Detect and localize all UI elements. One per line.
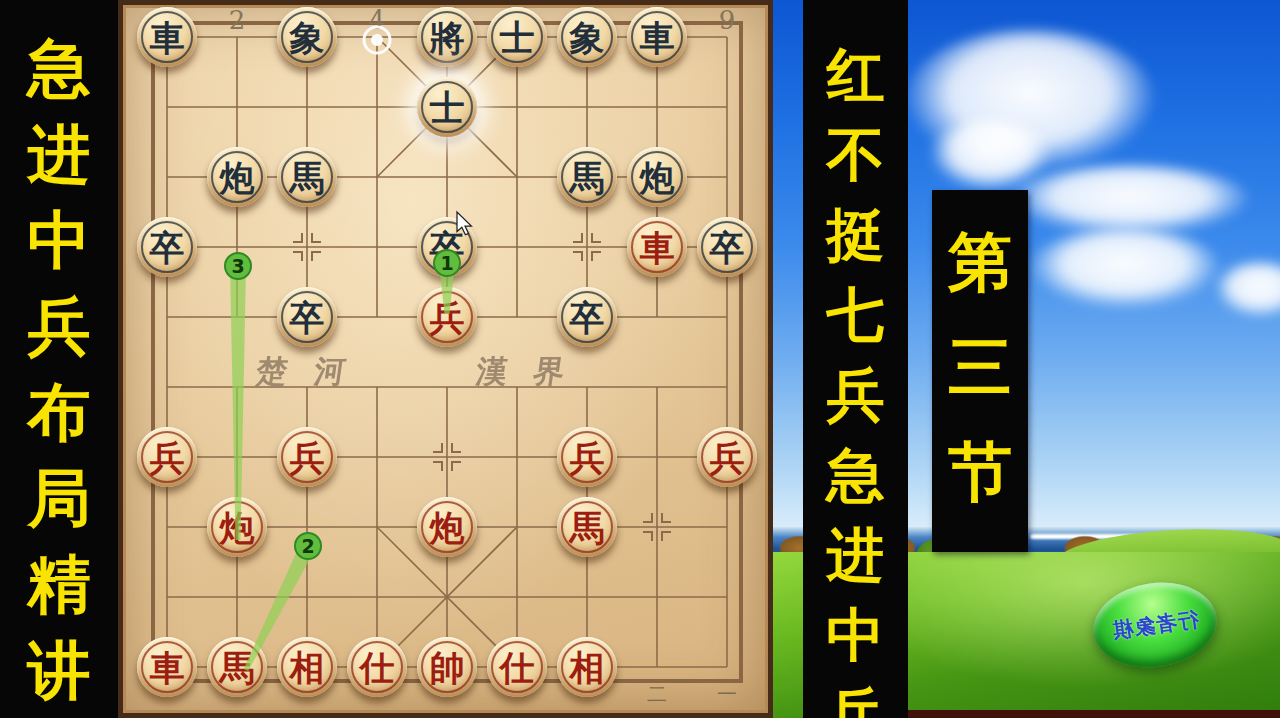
piece-black-soldier[interactable]: 卒 <box>697 217 757 277</box>
cloud <box>1030 228 1220 308</box>
banner-char: 讲 <box>0 628 118 714</box>
piece-glyph: 馬 <box>220 650 255 685</box>
piece-black-soldier[interactable]: 卒 <box>417 217 477 277</box>
piece-glyph: 車 <box>640 20 675 55</box>
piece-glyph: 兵 <box>570 440 605 475</box>
bottom-edge-strip <box>908 710 1280 718</box>
piece-black-cannon[interactable]: 炮 <box>627 147 687 207</box>
piece-glyph: 將 <box>430 20 465 55</box>
file-label-bottom: 一 <box>717 681 737 708</box>
piece-red-soldier[interactable]: 兵 <box>277 427 337 487</box>
banner-char: 急 <box>0 26 118 112</box>
piece-glyph: 卒 <box>430 230 465 265</box>
piece-black-soldier[interactable]: 卒 <box>557 287 617 347</box>
piece-glyph: 車 <box>150 20 185 55</box>
banner-char: 七 <box>803 276 908 356</box>
piece-red-soldier[interactable]: 兵 <box>417 287 477 347</box>
piece-glyph: 卒 <box>290 300 325 335</box>
banner-char: 节 <box>932 420 1028 525</box>
piece-glyph: 帥 <box>430 650 465 685</box>
piece-glyph: 兵 <box>430 300 465 335</box>
piece-red-horse[interactable]: 馬 <box>207 637 267 697</box>
banner-char: 红 <box>803 36 908 116</box>
piece-glyph: 卒 <box>150 230 185 265</box>
file-label-top: 9 <box>719 5 736 35</box>
banner-char: 挺 <box>803 196 908 276</box>
banner-char: 布 <box>0 370 118 456</box>
piece-black-elephant[interactable]: 象 <box>277 7 337 67</box>
banner-char: 兵 <box>803 356 908 436</box>
river-text: 界 <box>531 351 568 393</box>
piece-red-elephant[interactable]: 相 <box>557 637 617 697</box>
channel-logo-text: 行者象棋 <box>1109 605 1200 645</box>
file-label-bottom: 二 <box>647 681 667 708</box>
piece-glyph: 馬 <box>570 510 605 545</box>
banner-char: 急 <box>803 436 908 516</box>
river-text: 河 <box>312 351 349 393</box>
right-title-banner: 红不挺七兵急进中兵 <box>803 0 908 718</box>
piece-red-cannon[interactable]: 炮 <box>417 497 477 557</box>
piece-red-chariot[interactable]: 車 <box>627 217 687 277</box>
piece-black-soldier[interactable]: 卒 <box>277 287 337 347</box>
piece-red-cannon[interactable]: 炮 <box>207 497 267 557</box>
piece-black-soldier[interactable]: 卒 <box>137 217 197 277</box>
piece-black-horse[interactable]: 馬 <box>277 147 337 207</box>
piece-red-advisor[interactable]: 仕 <box>487 637 547 697</box>
piece-glyph: 馬 <box>290 160 325 195</box>
banner-char: 局 <box>0 456 118 542</box>
piece-glyph: 卒 <box>710 230 745 265</box>
banner-char: 第 <box>932 210 1028 315</box>
piece-black-chariot[interactable]: 車 <box>627 7 687 67</box>
banner-char: 三 <box>932 315 1028 420</box>
banner-char: 精 <box>0 542 118 628</box>
piece-black-cannon[interactable]: 炮 <box>207 147 267 207</box>
river-text: 漢 <box>474 351 511 393</box>
xiangqi-board[interactable]: 249二一楚河漢界 車象將士象車士炮馬馬炮卒卒車卒卒兵卒兵兵兵兵炮炮馬車馬相仕帥… <box>118 0 773 718</box>
piece-glyph: 兵 <box>150 440 185 475</box>
piece-glyph: 士 <box>500 20 535 55</box>
piece-black-horse[interactable]: 馬 <box>557 147 617 207</box>
video-frame: 急进中兵布局精讲 红不挺七兵急进中兵 第三节 249二一楚河漢界 車象將士象車士… <box>0 0 1280 718</box>
piece-glyph: 炮 <box>430 510 465 545</box>
piece-glyph: 相 <box>290 650 325 685</box>
piece-glyph: 仕 <box>500 650 535 685</box>
piece-glyph: 馬 <box>570 160 605 195</box>
piece-red-soldier[interactable]: 兵 <box>557 427 617 487</box>
banner-char: 不 <box>803 116 908 196</box>
cloud <box>1010 165 1250 235</box>
river-text: 楚 <box>254 351 291 393</box>
piece-red-general[interactable]: 帥 <box>417 637 477 697</box>
piece-glyph: 炮 <box>640 160 675 195</box>
banner-char: 进 <box>803 516 908 596</box>
banner-char: 中 <box>803 596 908 676</box>
piece-glyph: 仕 <box>360 650 395 685</box>
left-title-banner: 急进中兵布局精讲 <box>0 0 118 718</box>
banner-char: 中 <box>0 198 118 284</box>
banner-char: 兵 <box>803 676 908 718</box>
piece-glyph: 象 <box>290 20 325 55</box>
banner-char: 进 <box>0 112 118 198</box>
piece-red-soldier[interactable]: 兵 <box>697 427 757 487</box>
piece-red-elephant[interactable]: 相 <box>277 637 337 697</box>
file-label-top: 4 <box>369 5 386 35</box>
piece-glyph: 車 <box>150 650 185 685</box>
piece-black-general[interactable]: 將 <box>417 7 477 67</box>
file-label-top: 2 <box>229 5 246 35</box>
piece-glyph: 卒 <box>570 300 605 335</box>
piece-glyph: 車 <box>640 230 675 265</box>
piece-glyph: 炮 <box>220 510 255 545</box>
piece-glyph: 兵 <box>290 440 325 475</box>
piece-red-soldier[interactable]: 兵 <box>137 427 197 487</box>
piece-glyph: 象 <box>570 20 605 55</box>
piece-black-advisor[interactable]: 士 <box>487 7 547 67</box>
piece-glyph: 相 <box>570 650 605 685</box>
piece-glyph: 炮 <box>220 160 255 195</box>
piece-red-chariot[interactable]: 車 <box>137 637 197 697</box>
banner-char: 兵 <box>0 284 118 370</box>
piece-glyph: 士 <box>430 90 465 125</box>
piece-glyph: 兵 <box>710 440 745 475</box>
piece-black-advisor[interactable]: 士 <box>417 77 477 137</box>
piece-red-horse[interactable]: 馬 <box>557 497 617 557</box>
piece-black-chariot[interactable]: 車 <box>137 7 197 67</box>
section-label: 第三节 <box>932 190 1028 552</box>
piece-black-elephant[interactable]: 象 <box>557 7 617 67</box>
piece-red-advisor[interactable]: 仕 <box>347 637 407 697</box>
